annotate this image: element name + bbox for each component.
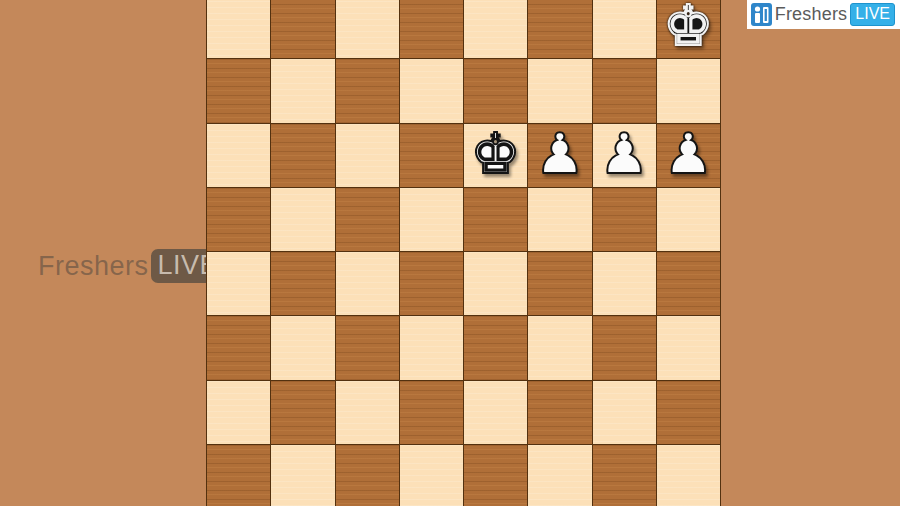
square-c6[interactable] xyxy=(336,124,399,187)
square-c2[interactable] xyxy=(336,381,399,444)
square-c1[interactable] xyxy=(336,445,399,506)
square-e5[interactable] xyxy=(464,188,527,251)
square-f8[interactable] xyxy=(528,0,591,58)
square-c8[interactable] xyxy=(336,0,399,58)
square-d3[interactable] xyxy=(400,316,463,379)
square-b3[interactable] xyxy=(271,316,334,379)
square-g2[interactable] xyxy=(593,381,656,444)
square-a2[interactable] xyxy=(207,381,270,444)
square-h6[interactable]: ♟ xyxy=(657,124,720,187)
square-d8[interactable] xyxy=(400,0,463,58)
square-h8[interactable]: ♚ xyxy=(657,0,720,58)
square-f2[interactable] xyxy=(528,381,591,444)
square-b1[interactable] xyxy=(271,445,334,506)
square-d2[interactable] xyxy=(400,381,463,444)
square-h3[interactable] xyxy=(657,316,720,379)
square-a3[interactable] xyxy=(207,316,270,379)
square-a5[interactable] xyxy=(207,188,270,251)
square-b8[interactable] xyxy=(271,0,334,58)
square-b4[interactable] xyxy=(271,252,334,315)
square-c7[interactable] xyxy=(336,59,399,122)
square-h5[interactable] xyxy=(657,188,720,251)
square-a6[interactable] xyxy=(207,124,270,187)
square-h2[interactable] xyxy=(657,381,720,444)
square-f3[interactable] xyxy=(528,316,591,379)
square-e2[interactable] xyxy=(464,381,527,444)
square-g4[interactable] xyxy=(593,252,656,315)
square-c4[interactable] xyxy=(336,252,399,315)
square-h7[interactable] xyxy=(657,59,720,122)
square-h1[interactable] xyxy=(657,445,720,506)
square-a7[interactable] xyxy=(207,59,270,122)
square-e3[interactable] xyxy=(464,316,527,379)
square-e7[interactable] xyxy=(464,59,527,122)
square-f7[interactable] xyxy=(528,59,591,122)
square-b6[interactable] xyxy=(271,124,334,187)
logo-brand-text: Freshers xyxy=(775,4,848,25)
chessboard[interactable]: ♚♚♟♟♟ xyxy=(206,0,721,506)
square-g6[interactable]: ♟ xyxy=(593,124,656,187)
site-logo[interactable]: Freshers LIVE xyxy=(747,0,900,29)
square-a4[interactable] xyxy=(207,252,270,315)
square-a8[interactable] xyxy=(207,0,270,58)
square-d7[interactable] xyxy=(400,59,463,122)
square-g7[interactable] xyxy=(593,59,656,122)
watermark: FreshersLIVE xyxy=(38,249,225,283)
fresherslive-icon xyxy=(751,3,772,26)
square-e6[interactable]: ♚ xyxy=(464,124,527,187)
logo-live-badge: LIVE xyxy=(850,3,895,26)
square-g1[interactable] xyxy=(593,445,656,506)
square-f5[interactable] xyxy=(528,188,591,251)
square-f4[interactable] xyxy=(528,252,591,315)
square-d5[interactable] xyxy=(400,188,463,251)
piece-white-pawn[interactable]: ♟ xyxy=(599,126,649,182)
square-e4[interactable] xyxy=(464,252,527,315)
square-a1[interactable] xyxy=(207,445,270,506)
page-background: FreshersLIVE ♚♚♟♟♟ Freshers LIVE xyxy=(0,0,900,506)
square-g8[interactable] xyxy=(593,0,656,58)
square-b2[interactable] xyxy=(271,381,334,444)
piece-white-pawn[interactable]: ♟ xyxy=(535,126,585,182)
square-e1[interactable] xyxy=(464,445,527,506)
square-c3[interactable] xyxy=(336,316,399,379)
square-d4[interactable] xyxy=(400,252,463,315)
square-b5[interactable] xyxy=(271,188,334,251)
square-b7[interactable] xyxy=(271,59,334,122)
watermark-brand-text: Freshers xyxy=(38,251,149,282)
piece-black-king[interactable]: ♚ xyxy=(663,0,713,54)
square-g5[interactable] xyxy=(593,188,656,251)
square-h4[interactable] xyxy=(657,252,720,315)
square-d1[interactable] xyxy=(400,445,463,506)
square-e8[interactable] xyxy=(464,0,527,58)
square-f1[interactable] xyxy=(528,445,591,506)
piece-white-pawn[interactable]: ♟ xyxy=(663,126,713,182)
square-c5[interactable] xyxy=(336,188,399,251)
square-g3[interactable] xyxy=(593,316,656,379)
square-d6[interactable] xyxy=(400,124,463,187)
square-f6[interactable]: ♟ xyxy=(528,124,591,187)
piece-white-king[interactable]: ♚ xyxy=(471,126,521,182)
